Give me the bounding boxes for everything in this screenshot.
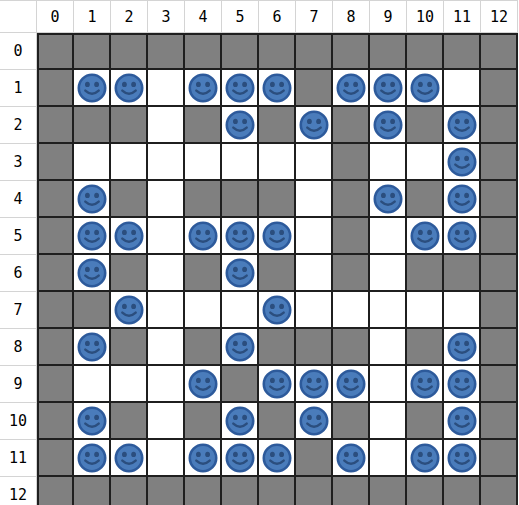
grid-cell-r8c4[interactable] xyxy=(185,329,222,366)
grid-cell-r6c4[interactable] xyxy=(185,255,222,292)
smiley-icon xyxy=(225,221,255,251)
grid-cell-r9c3[interactable] xyxy=(148,366,185,403)
grid-cell-r11c1[interactable] xyxy=(74,440,111,477)
grid-cell-r7c8[interactable] xyxy=(333,292,370,329)
grid-cell-r5c1[interactable] xyxy=(74,218,111,255)
grid-cell-r10c4[interactable] xyxy=(185,403,222,440)
grid-cell-r4c12[interactable] xyxy=(481,181,518,218)
smiley-icon xyxy=(262,369,292,399)
grid-cell-r12c4[interactable] xyxy=(185,477,222,505)
grid-cell-r12c3[interactable] xyxy=(148,477,185,505)
grid-cell-r7c7[interactable] xyxy=(296,292,333,329)
grid-cell-r6c0[interactable] xyxy=(37,255,74,292)
row-label-12: 12 xyxy=(0,477,37,505)
grid-cell-r6c7[interactable] xyxy=(296,255,333,292)
grid-cell-r0c7[interactable] xyxy=(296,33,333,70)
grid-cell-r3c5[interactable] xyxy=(222,144,259,181)
grid-cell-r6c12[interactable] xyxy=(481,255,518,292)
grid-cell-r5c2[interactable] xyxy=(111,218,148,255)
grid-cell-r11c10[interactable] xyxy=(407,440,444,477)
grid-cell-r7c1[interactable] xyxy=(74,292,111,329)
col-label-4: 4 xyxy=(185,0,222,33)
grid-cell-r1c4[interactable] xyxy=(185,70,222,107)
grid-cell-r10c0[interactable] xyxy=(37,403,74,440)
grid-cell-r2c8[interactable] xyxy=(333,107,370,144)
grid-cell-r12c6[interactable] xyxy=(259,477,296,505)
grid-cell-r8c1[interactable] xyxy=(74,329,111,366)
grid-cell-r0c1[interactable] xyxy=(74,33,111,70)
grid-cell-r11c3[interactable] xyxy=(148,440,185,477)
grid-cell-r8c11[interactable] xyxy=(444,329,481,366)
smiley-icon xyxy=(77,221,107,251)
grid-cell-r3c1[interactable] xyxy=(74,144,111,181)
grid-cell-r7c11[interactable] xyxy=(444,292,481,329)
grid-cell-r3c11[interactable] xyxy=(444,144,481,181)
grid-cell-r2c2[interactable] xyxy=(111,107,148,144)
grid-cell-r12c1[interactable] xyxy=(74,477,111,505)
grid-cell-r11c5[interactable] xyxy=(222,440,259,477)
smiley-icon xyxy=(410,221,440,251)
row-label-3: 3 xyxy=(0,144,37,181)
grid-cell-r2c12[interactable] xyxy=(481,107,518,144)
smiley-icon xyxy=(77,332,107,362)
col-label-12: 12 xyxy=(481,0,518,33)
grid-cell-r6c10[interactable] xyxy=(407,255,444,292)
row-label-9: 9 xyxy=(0,366,37,403)
row-label-5: 5 xyxy=(0,218,37,255)
smiley-icon xyxy=(188,73,218,103)
smiley-icon xyxy=(225,258,255,288)
grid-cell-r5c4[interactable] xyxy=(185,218,222,255)
grid-cell-r6c11[interactable] xyxy=(444,255,481,292)
grid-cell-r10c5[interactable] xyxy=(222,403,259,440)
grid-cell-r9c7[interactable] xyxy=(296,366,333,403)
grid-cell-r2c4[interactable] xyxy=(185,107,222,144)
col-label-2: 2 xyxy=(111,0,148,33)
grid-cell-r12c7[interactable] xyxy=(296,477,333,505)
col-label-7: 7 xyxy=(296,0,333,33)
grid-cell-r12c2[interactable] xyxy=(111,477,148,505)
row-label-6: 6 xyxy=(0,255,37,292)
grid-cell-r7c10[interactable] xyxy=(407,292,444,329)
grid-cell-r11c11[interactable] xyxy=(444,440,481,477)
grid-cell-r0c10[interactable] xyxy=(407,33,444,70)
col-label-10: 10 xyxy=(407,0,444,33)
smiley-icon xyxy=(262,221,292,251)
grid-cell-r0c0[interactable] xyxy=(37,33,74,70)
smiley-icon xyxy=(447,184,477,214)
grid-cell-r6c5[interactable] xyxy=(222,255,259,292)
smiley-icon xyxy=(447,332,477,362)
grid-cell-r3c9[interactable] xyxy=(370,144,407,181)
grid-cell-r4c1[interactable] xyxy=(74,181,111,218)
grid-cell-r5c8[interactable] xyxy=(333,218,370,255)
grid-cell-r7c9[interactable] xyxy=(370,292,407,329)
grid-cell-r0c9[interactable] xyxy=(370,33,407,70)
smiley-icon xyxy=(77,184,107,214)
grid-cell-r5c6[interactable] xyxy=(259,218,296,255)
grid-cell-r1c3[interactable] xyxy=(148,70,185,107)
grid-cell-r0c2[interactable] xyxy=(111,33,148,70)
grid-cell-r11c8[interactable] xyxy=(333,440,370,477)
col-label-3: 3 xyxy=(148,0,185,33)
smiley-icon xyxy=(114,73,144,103)
grid-cell-r7c0[interactable] xyxy=(37,292,74,329)
smiley-icon xyxy=(77,258,107,288)
grid-cell-r0c5[interactable] xyxy=(222,33,259,70)
smiley-icon xyxy=(336,369,366,399)
smiley-icon xyxy=(77,73,107,103)
grid-cell-r4c8[interactable] xyxy=(333,181,370,218)
grid-cell-r4c6[interactable] xyxy=(259,181,296,218)
grid-cell-r3c6[interactable] xyxy=(259,144,296,181)
grid-cell-r10c3[interactable] xyxy=(148,403,185,440)
smiley-icon xyxy=(447,147,477,177)
grid-cell-r1c5[interactable] xyxy=(222,70,259,107)
grid-cell-r1c2[interactable] xyxy=(111,70,148,107)
grid-cell-r11c6[interactable] xyxy=(259,440,296,477)
puzzle-screenshot: 01234567891011120123456789101112 xyxy=(0,0,519,505)
grid-cell-r3c3[interactable] xyxy=(148,144,185,181)
grid-cell-r7c6[interactable] xyxy=(259,292,296,329)
smiley-icon xyxy=(188,221,218,251)
grid-cell-r1c6[interactable] xyxy=(259,70,296,107)
grid-cell-r8c9[interactable] xyxy=(370,329,407,366)
grid-cell-r11c12[interactable] xyxy=(481,440,518,477)
smiley-icon xyxy=(410,443,440,473)
grid-cell-r1c8[interactable] xyxy=(333,70,370,107)
grid-cell-r0c8[interactable] xyxy=(333,33,370,70)
smiley-icon xyxy=(373,110,403,140)
smiley-icon xyxy=(373,184,403,214)
grid-cell-r8c3[interactable] xyxy=(148,329,185,366)
grid-cell-r1c7[interactable] xyxy=(296,70,333,107)
smiley-icon xyxy=(336,73,366,103)
row-label-7: 7 xyxy=(0,292,37,329)
corner-label-cell xyxy=(0,0,37,33)
grid-cell-r11c2[interactable] xyxy=(111,440,148,477)
grid-cell-r1c10[interactable] xyxy=(407,70,444,107)
grid-cell-r3c10[interactable] xyxy=(407,144,444,181)
col-label-11: 11 xyxy=(444,0,481,33)
grid-cell-r9c0[interactable] xyxy=(37,366,74,403)
grid-cell-r6c3[interactable] xyxy=(148,255,185,292)
smiley-icon xyxy=(447,110,477,140)
grid-cell-r8c2[interactable] xyxy=(111,329,148,366)
smiley-icon xyxy=(188,443,218,473)
grid-cell-r9c12[interactable] xyxy=(481,366,518,403)
grid-cell-r10c1[interactable] xyxy=(74,403,111,440)
grid-cell-r5c12[interactable] xyxy=(481,218,518,255)
grid-cell-r10c2[interactable] xyxy=(111,403,148,440)
grid-cell-r12c8[interactable] xyxy=(333,477,370,505)
grid-cell-r12c9[interactable] xyxy=(370,477,407,505)
grid-cell-r1c11[interactable] xyxy=(444,70,481,107)
grid-cell-r12c11[interactable] xyxy=(444,477,481,505)
smiley-icon xyxy=(114,295,144,325)
grid-cell-r0c3[interactable] xyxy=(148,33,185,70)
grid-cell-r6c8[interactable] xyxy=(333,255,370,292)
grid-cell-r5c3[interactable] xyxy=(148,218,185,255)
grid-cell-r5c5[interactable] xyxy=(222,218,259,255)
smiley-icon xyxy=(188,369,218,399)
row-label-1: 1 xyxy=(0,70,37,107)
smiley-icon xyxy=(225,332,255,362)
smiley-icon xyxy=(225,443,255,473)
smiley-icon xyxy=(373,73,403,103)
col-label-0: 0 xyxy=(37,0,74,33)
grid-cell-r2c1[interactable] xyxy=(74,107,111,144)
grid-cell-r8c8[interactable] xyxy=(333,329,370,366)
smiley-icon xyxy=(262,443,292,473)
smiley-icon xyxy=(447,406,477,436)
grid-cell-r3c7[interactable] xyxy=(296,144,333,181)
smiley-icon xyxy=(447,221,477,251)
grid-cell-r1c1[interactable] xyxy=(74,70,111,107)
grid-cell-r11c9[interactable] xyxy=(370,440,407,477)
grid-cell-r7c2[interactable] xyxy=(111,292,148,329)
grid-cell-r0c12[interactable] xyxy=(481,33,518,70)
grid-cell-r11c0[interactable] xyxy=(37,440,74,477)
grid-cell-r4c5[interactable] xyxy=(222,181,259,218)
grid-cell-r3c0[interactable] xyxy=(37,144,74,181)
grid-cell-r2c10[interactable] xyxy=(407,107,444,144)
smiley-icon xyxy=(410,73,440,103)
grid-cell-r7c5[interactable] xyxy=(222,292,259,329)
grid-cell-r10c10[interactable] xyxy=(407,403,444,440)
smiley-icon xyxy=(447,443,477,473)
grid-cell-r2c6[interactable] xyxy=(259,107,296,144)
grid-cell-r10c12[interactable] xyxy=(481,403,518,440)
grid-cell-r6c6[interactable] xyxy=(259,255,296,292)
grid-cell-r11c7[interactable] xyxy=(296,440,333,477)
col-label-9: 9 xyxy=(370,0,407,33)
grid-cell-r8c5[interactable] xyxy=(222,329,259,366)
smiley-icon xyxy=(299,369,329,399)
grid-cell-r7c3[interactable] xyxy=(148,292,185,329)
row-label-10: 10 xyxy=(0,403,37,440)
grid-cell-r8c7[interactable] xyxy=(296,329,333,366)
grid-cell-r9c5[interactable] xyxy=(222,366,259,403)
grid-cell-r6c9[interactable] xyxy=(370,255,407,292)
grid-cell-r4c11[interactable] xyxy=(444,181,481,218)
grid-cell-r5c9[interactable] xyxy=(370,218,407,255)
grid-cell-r5c10[interactable] xyxy=(407,218,444,255)
grid-cell-r4c4[interactable] xyxy=(185,181,222,218)
col-label-6: 6 xyxy=(259,0,296,33)
col-label-1: 1 xyxy=(74,0,111,33)
grid-cell-r10c11[interactable] xyxy=(444,403,481,440)
grid-cell-r12c5[interactable] xyxy=(222,477,259,505)
grid-cell-r2c9[interactable] xyxy=(370,107,407,144)
smiley-icon xyxy=(114,221,144,251)
grid-cell-r12c10[interactable] xyxy=(407,477,444,505)
grid-cell-r9c8[interactable] xyxy=(333,366,370,403)
grid-cell-r11c4[interactable] xyxy=(185,440,222,477)
grid-cell-r2c5[interactable] xyxy=(222,107,259,144)
grid-cell-r9c11[interactable] xyxy=(444,366,481,403)
grid-cell-r4c2[interactable] xyxy=(111,181,148,218)
smiley-icon xyxy=(299,406,329,436)
grid-cell-r8c6[interactable] xyxy=(259,329,296,366)
grid-cell-r9c1[interactable] xyxy=(74,366,111,403)
grid-cell-r1c9[interactable] xyxy=(370,70,407,107)
grid-cell-r7c4[interactable] xyxy=(185,292,222,329)
grid-cell-r1c0[interactable] xyxy=(37,70,74,107)
row-label-8: 8 xyxy=(0,329,37,366)
row-label-2: 2 xyxy=(0,107,37,144)
grid-cell-r9c6[interactable] xyxy=(259,366,296,403)
grid-cell-r6c1[interactable] xyxy=(74,255,111,292)
grid-cell-r0c6[interactable] xyxy=(259,33,296,70)
grid-cell-r12c0[interactable] xyxy=(37,477,74,505)
grid-cell-r8c12[interactable] xyxy=(481,329,518,366)
grid-cell-r10c8[interactable] xyxy=(333,403,370,440)
smiley-icon xyxy=(410,369,440,399)
row-label-11: 11 xyxy=(0,440,37,477)
smiley-icon xyxy=(225,73,255,103)
grid-cell-r9c9[interactable] xyxy=(370,366,407,403)
row-label-0: 0 xyxy=(0,33,37,70)
smiley-icon xyxy=(77,406,107,436)
smiley-icon xyxy=(225,406,255,436)
row-label-4: 4 xyxy=(0,181,37,218)
col-label-8: 8 xyxy=(333,0,370,33)
grid-cell-r4c9[interactable] xyxy=(370,181,407,218)
board: 01234567891011120123456789101112 xyxy=(0,0,519,505)
grid-cell-r3c2[interactable] xyxy=(111,144,148,181)
grid-cell-r10c6[interactable] xyxy=(259,403,296,440)
grid-cell-r9c4[interactable] xyxy=(185,366,222,403)
smiley-icon xyxy=(114,443,144,473)
smiley-icon xyxy=(299,110,329,140)
smiley-icon xyxy=(262,73,292,103)
col-label-5: 5 xyxy=(222,0,259,33)
grid-cell-r8c10[interactable] xyxy=(407,329,444,366)
grid-cell-r8c0[interactable] xyxy=(37,329,74,366)
grid-cell-r9c10[interactable] xyxy=(407,366,444,403)
smiley-icon xyxy=(447,369,477,399)
grid-cell-r9c2[interactable] xyxy=(111,366,148,403)
grid-cell-r7c12[interactable] xyxy=(481,292,518,329)
grid-cell-r3c4[interactable] xyxy=(185,144,222,181)
smiley-icon xyxy=(336,443,366,473)
grid-cell-r4c10[interactable] xyxy=(407,181,444,218)
grid-cell-r2c3[interactable] xyxy=(148,107,185,144)
grid-cell-r6c2[interactable] xyxy=(111,255,148,292)
grid-cell-r2c7[interactable] xyxy=(296,107,333,144)
grid-cell-r5c7[interactable] xyxy=(296,218,333,255)
grid-cell-r2c0[interactable] xyxy=(37,107,74,144)
grid-cell-r3c12[interactable] xyxy=(481,144,518,181)
grid-cell-r0c11[interactable] xyxy=(444,33,481,70)
grid-cell-r4c0[interactable] xyxy=(37,181,74,218)
grid-cell-r1c12[interactable] xyxy=(481,70,518,107)
grid-cell-r4c3[interactable] xyxy=(148,181,185,218)
grid-cell-r12c12[interactable] xyxy=(481,477,518,505)
grid-cell-r5c11[interactable] xyxy=(444,218,481,255)
grid-cell-r0c4[interactable] xyxy=(185,33,222,70)
grid-cell-r3c8[interactable] xyxy=(333,144,370,181)
smiley-icon xyxy=(262,295,292,325)
grid-cell-r10c9[interactable] xyxy=(370,403,407,440)
smiley-icon xyxy=(225,110,255,140)
grid-cell-r4c7[interactable] xyxy=(296,181,333,218)
grid-cell-r10c7[interactable] xyxy=(296,403,333,440)
grid-cell-r5c0[interactable] xyxy=(37,218,74,255)
smiley-icon xyxy=(77,443,107,473)
grid-cell-r2c11[interactable] xyxy=(444,107,481,144)
